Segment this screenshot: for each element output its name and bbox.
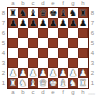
square-f6[interactable] bbox=[58, 28, 68, 38]
piece-white-pawn[interactable]: ♟ bbox=[29, 68, 37, 78]
square-d1[interactable]: ♛ bbox=[38, 78, 48, 88]
piece-black-rook[interactable]: ♜ bbox=[79, 8, 87, 18]
piece-black-pawn[interactable]: ♟ bbox=[9, 18, 17, 28]
piece-black-pawn[interactable]: ♟ bbox=[39, 18, 47, 28]
file-label: f bbox=[58, 0, 68, 7]
piece-black-bishop[interactable]: ♝ bbox=[59, 8, 67, 18]
piece-white-pawn[interactable]: ♟ bbox=[59, 68, 67, 78]
file-label: b bbox=[18, 0, 28, 7]
rank-label: 8 bbox=[0, 8, 7, 18]
piece-black-bishop[interactable]: ♝ bbox=[29, 8, 37, 18]
square-f4[interactable] bbox=[58, 48, 68, 58]
piece-black-pawn[interactable]: ♟ bbox=[59, 18, 67, 28]
piece-black-knight[interactable]: ♞ bbox=[19, 8, 27, 18]
piece-black-pawn[interactable]: ♟ bbox=[79, 18, 87, 28]
square-f7[interactable]: ♟ bbox=[58, 18, 68, 28]
square-a5[interactable] bbox=[8, 38, 18, 48]
square-a8[interactable]: ♜ bbox=[8, 8, 18, 18]
square-g4[interactable] bbox=[68, 48, 78, 58]
piece-white-pawn[interactable]: ♟ bbox=[19, 68, 27, 78]
square-e2[interactable]: ♟ bbox=[48, 68, 58, 78]
piece-white-king[interactable]: ♚ bbox=[49, 78, 57, 88]
square-b7[interactable]: ♟ bbox=[18, 18, 28, 28]
rank-label: 6 bbox=[89, 28, 96, 38]
rank-label: 7 bbox=[0, 18, 7, 28]
square-c3[interactable] bbox=[28, 58, 38, 68]
file-label: d bbox=[38, 89, 48, 96]
square-g2[interactable]: ♟ bbox=[68, 68, 78, 78]
piece-white-pawn[interactable]: ♟ bbox=[9, 68, 17, 78]
file-labels-top: abcdefgh bbox=[8, 0, 88, 7]
square-a4[interactable] bbox=[8, 48, 18, 58]
square-b2[interactable]: ♟ bbox=[18, 68, 28, 78]
square-h5[interactable] bbox=[78, 38, 88, 48]
rank-label: 4 bbox=[0, 48, 7, 58]
piece-white-queen[interactable]: ♛ bbox=[39, 78, 47, 88]
square-c8[interactable]: ♝ bbox=[28, 8, 38, 18]
square-b4[interactable] bbox=[18, 48, 28, 58]
square-e6[interactable] bbox=[48, 28, 58, 38]
watermark: ooo bbox=[88, 91, 95, 96]
chess-diagram: abcdefgh 87654321 ♜♞♝♛♚♝♞♜♟♟♟♟♟♟♟♟♟♟♟♟♟♟… bbox=[0, 0, 96, 96]
rank-label: 4 bbox=[89, 48, 96, 58]
square-c4[interactable] bbox=[28, 48, 38, 58]
chess-board: ♜♞♝♛♚♝♞♜♟♟♟♟♟♟♟♟♟♟♟♟♟♟♟♟♜♞♝♛♚♝♞♜ bbox=[7, 7, 89, 89]
rank-label: 3 bbox=[0, 58, 7, 68]
file-label: b bbox=[18, 89, 28, 96]
square-g7[interactable]: ♟ bbox=[68, 18, 78, 28]
square-a7[interactable]: ♟ bbox=[8, 18, 18, 28]
file-label: a bbox=[8, 89, 18, 96]
square-e3[interactable] bbox=[48, 58, 58, 68]
rank-label: 8 bbox=[89, 8, 96, 18]
square-h3[interactable] bbox=[78, 58, 88, 68]
piece-white-pawn[interactable]: ♟ bbox=[39, 68, 47, 78]
square-c6[interactable] bbox=[28, 28, 38, 38]
square-f5[interactable] bbox=[58, 38, 68, 48]
square-c1[interactable]: ♝ bbox=[28, 78, 38, 88]
rank-label: 1 bbox=[0, 78, 7, 88]
piece-white-pawn[interactable]: ♟ bbox=[49, 68, 57, 78]
square-d7[interactable]: ♟ bbox=[38, 18, 48, 28]
piece-white-rook[interactable]: ♜ bbox=[79, 78, 87, 88]
square-d6[interactable] bbox=[38, 28, 48, 38]
file-label: f bbox=[58, 89, 68, 96]
rank-label: 2 bbox=[0, 68, 7, 78]
square-e8[interactable]: ♚ bbox=[48, 8, 58, 18]
square-b8[interactable]: ♞ bbox=[18, 8, 28, 18]
piece-black-queen[interactable]: ♛ bbox=[39, 8, 47, 18]
piece-white-knight[interactable]: ♞ bbox=[69, 78, 77, 88]
rank-label: 2 bbox=[89, 68, 96, 78]
square-g5[interactable] bbox=[68, 38, 78, 48]
square-a6[interactable] bbox=[8, 28, 18, 38]
rank-label: 5 bbox=[0, 38, 7, 48]
square-f3[interactable] bbox=[58, 58, 68, 68]
square-e7[interactable]: ♟ bbox=[48, 18, 58, 28]
square-c2[interactable]: ♟ bbox=[28, 68, 38, 78]
file-label: g bbox=[68, 0, 78, 7]
square-d2[interactable]: ♟ bbox=[38, 68, 48, 78]
piece-black-pawn[interactable]: ♟ bbox=[49, 18, 57, 28]
square-b1[interactable]: ♞ bbox=[18, 78, 28, 88]
square-a1[interactable]: ♜ bbox=[8, 78, 18, 88]
piece-white-pawn[interactable]: ♟ bbox=[79, 68, 87, 78]
square-e5[interactable] bbox=[48, 38, 58, 48]
square-h7[interactable]: ♟ bbox=[78, 18, 88, 28]
square-h4[interactable] bbox=[78, 48, 88, 58]
square-d3[interactable] bbox=[38, 58, 48, 68]
piece-white-bishop[interactable]: ♝ bbox=[29, 78, 37, 88]
square-g8[interactable]: ♞ bbox=[68, 8, 78, 18]
file-label: e bbox=[48, 89, 58, 96]
piece-black-knight[interactable]: ♞ bbox=[69, 8, 77, 18]
square-b3[interactable] bbox=[18, 58, 28, 68]
square-g1[interactable]: ♞ bbox=[68, 78, 78, 88]
piece-white-pawn[interactable]: ♟ bbox=[69, 68, 77, 78]
rank-labels-left: 87654321 bbox=[0, 8, 7, 88]
piece-white-rook[interactable]: ♜ bbox=[9, 78, 17, 88]
square-b5[interactable] bbox=[18, 38, 28, 48]
square-c5[interactable] bbox=[28, 38, 38, 48]
square-h6[interactable] bbox=[78, 28, 88, 38]
piece-black-pawn[interactable]: ♟ bbox=[69, 18, 77, 28]
square-h8[interactable]: ♜ bbox=[78, 8, 88, 18]
square-h1[interactable]: ♜ bbox=[78, 78, 88, 88]
rank-label: 1 bbox=[89, 78, 96, 88]
square-g6[interactable] bbox=[68, 28, 78, 38]
rank-label: 7 bbox=[89, 18, 96, 28]
file-label: e bbox=[48, 0, 58, 7]
piece-black-rook[interactable]: ♜ bbox=[9, 8, 17, 18]
square-d5[interactable] bbox=[38, 38, 48, 48]
file-label: h bbox=[78, 0, 88, 7]
file-label: a bbox=[8, 0, 18, 7]
file-label: d bbox=[38, 0, 48, 7]
rank-label: 3 bbox=[89, 58, 96, 68]
piece-black-king[interactable]: ♚ bbox=[49, 8, 57, 18]
square-c7[interactable]: ♟ bbox=[28, 18, 38, 28]
file-labels-bottom: abcdefgh bbox=[8, 89, 88, 96]
square-f1[interactable]: ♝ bbox=[58, 78, 68, 88]
square-a3[interactable] bbox=[8, 58, 18, 68]
file-label: c bbox=[28, 89, 38, 96]
square-f2[interactable]: ♟ bbox=[58, 68, 68, 78]
file-label: g bbox=[68, 89, 78, 96]
piece-black-pawn[interactable]: ♟ bbox=[29, 18, 37, 28]
rank-labels-right: 87654321 bbox=[89, 8, 96, 88]
file-label: h bbox=[78, 89, 88, 96]
rank-label: 5 bbox=[89, 38, 96, 48]
file-label: c bbox=[28, 0, 38, 7]
square-e1[interactable]: ♚ bbox=[48, 78, 58, 88]
piece-white-knight[interactable]: ♞ bbox=[19, 78, 27, 88]
square-b6[interactable] bbox=[18, 28, 28, 38]
square-f8[interactable]: ♝ bbox=[58, 8, 68, 18]
square-e4[interactable] bbox=[48, 48, 58, 58]
square-g3[interactable] bbox=[68, 58, 78, 68]
square-d4[interactable] bbox=[38, 48, 48, 58]
rank-label: 6 bbox=[0, 28, 7, 38]
piece-white-bishop[interactable]: ♝ bbox=[59, 78, 67, 88]
square-h2[interactable]: ♟ bbox=[78, 68, 88, 78]
square-a2[interactable]: ♟ bbox=[8, 68, 18, 78]
square-d8[interactable]: ♛ bbox=[38, 8, 48, 18]
piece-black-pawn[interactable]: ♟ bbox=[19, 18, 27, 28]
